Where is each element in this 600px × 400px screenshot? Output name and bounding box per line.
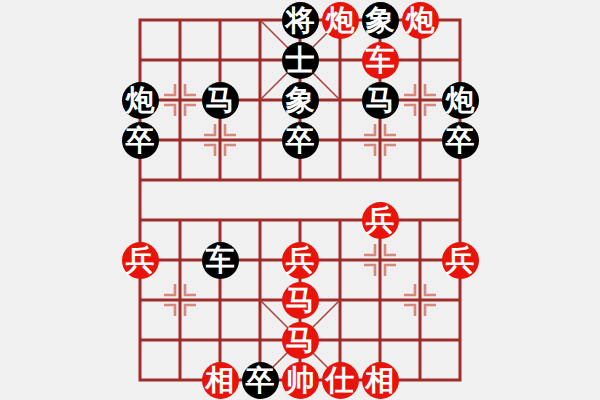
piece-red-soldier-1[interactable]: 兵 xyxy=(362,202,399,239)
piece-red-cannon-2[interactable]: 炮 xyxy=(402,2,439,39)
piece-red-elephant-2[interactable]: 相 xyxy=(362,362,399,399)
piece-red-soldier-3[interactable]: 兵 xyxy=(282,242,319,279)
piece-black-elephant-1[interactable]: 象 xyxy=(362,2,399,39)
piece-black-soldier-1[interactable]: 卒 xyxy=(122,122,159,159)
piece-black-cannon-2[interactable]: 炮 xyxy=(442,82,479,119)
piece-black-advisor[interactable]: 士 xyxy=(282,42,319,79)
piece-red-general[interactable]: 帅 xyxy=(282,362,319,399)
piece-red-soldier-4[interactable]: 兵 xyxy=(442,242,479,279)
piece-black-soldier-2[interactable]: 卒 xyxy=(282,122,319,159)
piece-black-chariot[interactable]: 车 xyxy=(202,242,239,279)
piece-red-cannon-1[interactable]: 炮 xyxy=(322,2,359,39)
xiangqi-board: 将炮象炮士车炮马象马炮卒卒卒兵兵车兵兵马马相卒帅仕相 xyxy=(0,0,600,400)
piece-black-soldier-3[interactable]: 卒 xyxy=(442,122,479,159)
piece-black-soldier-4[interactable]: 卒 xyxy=(242,362,279,399)
piece-red-advisor[interactable]: 仕 xyxy=(322,362,359,399)
piece-red-horse-2[interactable]: 马 xyxy=(282,322,319,359)
piece-black-elephant-2[interactable]: 象 xyxy=(282,82,319,119)
piece-red-chariot[interactable]: 车 xyxy=(362,42,399,79)
piece-black-general[interactable]: 将 xyxy=(282,2,319,39)
piece-black-cannon-1[interactable]: 炮 xyxy=(122,82,159,119)
piece-red-elephant-1[interactable]: 相 xyxy=(202,362,239,399)
piece-red-soldier-2[interactable]: 兵 xyxy=(122,242,159,279)
piece-black-horse-1[interactable]: 马 xyxy=(202,82,239,119)
piece-red-horse-1[interactable]: 马 xyxy=(282,282,319,319)
piece-black-horse-2[interactable]: 马 xyxy=(362,82,399,119)
